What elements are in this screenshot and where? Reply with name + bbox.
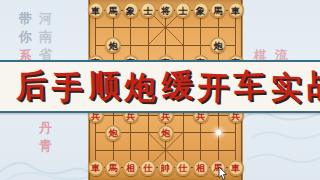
- piece-glyph: 炮: [109, 129, 118, 138]
- piece-red-f7r10[interactable]: 相: [193, 160, 209, 176]
- piece-black-f4r1[interactable]: 士: [140, 2, 156, 18]
- piece-glyph: 仕: [179, 164, 188, 173]
- piece-red-f5r8[interactable]: 炮: [158, 125, 174, 141]
- watermark-text-daini: 带你: [18, 10, 33, 46]
- piece-glyph: 車: [91, 6, 100, 15]
- piece-red-f3r10[interactable]: 相: [123, 160, 139, 176]
- title-char-6: 车: [233, 60, 266, 110]
- piece-black-f5r1[interactable]: 将: [158, 2, 174, 18]
- piece-glyph: 馬: [109, 164, 118, 173]
- piece-black-f8r3[interactable]: 炮: [210, 37, 226, 53]
- piece-black-f2r3[interactable]: 炮: [105, 37, 121, 53]
- piece-glyph: 士: [144, 6, 153, 15]
- piece-glyph: 仕: [144, 164, 153, 173]
- piece-glyph: 帥: [161, 164, 170, 173]
- piece-glyph: 車: [91, 164, 100, 173]
- piece-glyph: 象: [196, 6, 205, 15]
- piece-black-f7r1[interactable]: 象: [193, 2, 209, 18]
- title-char-8: 战: [306, 60, 320, 110]
- piece-glyph: 車: [231, 6, 240, 15]
- piece-glyph: 炮: [109, 41, 118, 50]
- piece-black-f8r1[interactable]: 馬: [210, 2, 226, 18]
- piece-red-f2r8[interactable]: 炮: [105, 125, 121, 141]
- piece-red-f4r10[interactable]: 仕: [140, 160, 156, 176]
- watermark-text-henan: 河南省: [38, 10, 53, 64]
- piece-glyph: 馬: [109, 6, 118, 15]
- mouse-cursor: [218, 167, 228, 180]
- title-char-2: 顺: [88, 60, 121, 110]
- piece-glyph: 車: [231, 164, 240, 173]
- piece-red-f1r10[interactable]: 車: [88, 160, 104, 176]
- piece-glyph: 相: [126, 164, 135, 173]
- piece-black-f9r1[interactable]: 車: [228, 2, 244, 18]
- title-char-1: 手: [51, 62, 84, 112]
- piece-red-f6r10[interactable]: 仕: [175, 160, 191, 176]
- title-char-5: 开: [197, 62, 230, 112]
- piece-glyph: 馬: [214, 6, 223, 15]
- piece-glyph: 相: [196, 164, 205, 173]
- last-move-origin-dot: [216, 130, 221, 135]
- piece-red-f2r10[interactable]: 馬: [105, 160, 121, 176]
- title-banner: 后手顺炮缓开车实战: [0, 60, 320, 113]
- piece-black-f6r1[interactable]: 士: [175, 2, 191, 18]
- piece-glyph: 士: [179, 6, 188, 15]
- video-frame: 带你 系 河南省 丹青 棋流: [0, 0, 320, 180]
- piece-glyph: 象: [126, 6, 135, 15]
- piece-black-f2r1[interactable]: 馬: [105, 2, 121, 18]
- title-char-0: 后: [15, 60, 48, 110]
- piece-glyph: 将: [161, 6, 170, 15]
- piece-glyph: 炮: [161, 129, 170, 138]
- landscape-watermark-left: [0, 130, 88, 180]
- piece-red-f5r10[interactable]: 帥: [158, 160, 174, 176]
- title-char-3: 炮: [124, 62, 157, 112]
- piece-black-f3r1[interactable]: 象: [123, 2, 139, 18]
- title-char-7: 实: [270, 62, 303, 112]
- piece-glyph: 炮: [214, 41, 223, 50]
- title-char-4: 缓: [161, 60, 194, 110]
- piece-red-f9r10[interactable]: 車: [228, 160, 244, 176]
- piece-black-f1r1[interactable]: 車: [88, 2, 104, 18]
